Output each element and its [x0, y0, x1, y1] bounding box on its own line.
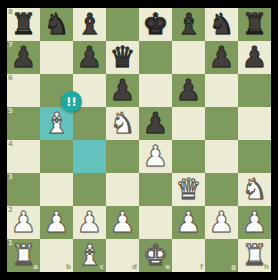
square-g1[interactable]: g: [205, 239, 238, 272]
piece-white-bishop-b5[interactable]: ♝: [40, 107, 73, 140]
piece-white-queen-f3[interactable]: ♛: [172, 173, 205, 206]
file-label-f: f: [200, 264, 203, 271]
piece-black-king-e8[interactable]: ♚: [139, 8, 172, 41]
square-e8[interactable]: ♚: [139, 8, 172, 41]
piece-white-king-e1[interactable]: ♚: [139, 239, 172, 272]
piece-white-rook-a1[interactable]: ♜: [7, 239, 40, 272]
piece-white-knight-d5[interactable]: ♞: [106, 107, 139, 140]
square-e4[interactable]: ♟: [139, 140, 172, 173]
square-f8[interactable]: ♝: [172, 8, 205, 41]
square-d6[interactable]: ♟: [106, 74, 139, 107]
piece-black-pawn-f6[interactable]: ♟: [172, 74, 205, 107]
square-g8[interactable]: ♞: [205, 8, 238, 41]
piece-black-knight-g8[interactable]: ♞: [205, 8, 238, 41]
piece-white-pawn-d2[interactable]: ♟: [106, 206, 139, 239]
square-h5[interactable]: [238, 107, 271, 140]
brilliant-move-badge: !!: [61, 91, 82, 112]
square-a6[interactable]: 6: [7, 74, 40, 107]
square-a8[interactable]: 8♜: [7, 8, 40, 41]
file-label-b: b: [66, 264, 71, 271]
rank-label-3: 3: [8, 174, 13, 181]
square-b1[interactable]: b: [40, 239, 73, 272]
square-e3[interactable]: [139, 173, 172, 206]
square-f7[interactable]: [172, 41, 205, 74]
square-b8[interactable]: ♞: [40, 8, 73, 41]
square-a7[interactable]: 7♟: [7, 41, 40, 74]
square-b4[interactable]: [40, 140, 73, 173]
piece-black-pawn-c7[interactable]: ♟: [73, 41, 106, 74]
square-e6[interactable]: [139, 74, 172, 107]
square-h4[interactable]: [238, 140, 271, 173]
square-d1[interactable]: d: [106, 239, 139, 272]
square-f6[interactable]: ♟: [172, 74, 205, 107]
square-h1[interactable]: h♜: [238, 239, 271, 272]
square-f1[interactable]: f: [172, 239, 205, 272]
square-b2[interactable]: ♟: [40, 206, 73, 239]
square-c7[interactable]: ♟: [73, 41, 106, 74]
square-c5[interactable]: [73, 107, 106, 140]
piece-black-pawn-e5[interactable]: ♟: [139, 107, 172, 140]
piece-white-pawn-g2[interactable]: ♟: [205, 206, 238, 239]
square-a3[interactable]: 3: [7, 173, 40, 206]
square-e7[interactable]: [139, 41, 172, 74]
square-a4[interactable]: 4: [7, 140, 40, 173]
square-d7[interactable]: ♛: [106, 41, 139, 74]
square-f3[interactable]: ♛: [172, 173, 205, 206]
square-d5[interactable]: ♞: [106, 107, 139, 140]
square-g2[interactable]: ♟: [205, 206, 238, 239]
square-a1[interactable]: 1a♜: [7, 239, 40, 272]
square-h3[interactable]: ♞: [238, 173, 271, 206]
square-c4[interactable]: [73, 140, 106, 173]
square-b5[interactable]: ♝: [40, 107, 73, 140]
square-d3[interactable]: [106, 173, 139, 206]
square-b7[interactable]: [40, 41, 73, 74]
square-f4[interactable]: [172, 140, 205, 173]
rank-label-6: 6: [8, 75, 13, 82]
piece-white-knight-h3[interactable]: ♞: [238, 173, 271, 206]
square-f5[interactable]: [172, 107, 205, 140]
chess-board: 8♜♞♝♚♝♞♜7♟♟♛♟♟6♟♟5♝♞♟4♟3♛♞2♟♟♟♟♟♟♟1a♜bc♝…: [7, 8, 271, 272]
piece-white-pawn-c2[interactable]: ♟: [73, 206, 106, 239]
square-h7[interactable]: ♟: [238, 41, 271, 74]
piece-white-rook-h1[interactable]: ♜: [238, 239, 271, 272]
rank-label-4: 4: [8, 141, 13, 148]
square-d4[interactable]: [106, 140, 139, 173]
square-b3[interactable]: [40, 173, 73, 206]
piece-white-pawn-f2[interactable]: ♟: [172, 206, 205, 239]
square-f2[interactable]: ♟: [172, 206, 205, 239]
piece-black-rook-h8[interactable]: ♜: [238, 8, 271, 41]
piece-white-pawn-e4[interactable]: ♟: [139, 140, 172, 173]
square-e2[interactable]: [139, 206, 172, 239]
square-c3[interactable]: [73, 173, 106, 206]
piece-black-pawn-d6[interactable]: ♟: [106, 74, 139, 107]
square-g4[interactable]: [205, 140, 238, 173]
piece-black-rook-a8[interactable]: ♜: [7, 8, 40, 41]
square-e5[interactable]: ♟: [139, 107, 172, 140]
square-g5[interactable]: [205, 107, 238, 140]
piece-white-pawn-b2[interactable]: ♟: [40, 206, 73, 239]
square-c8[interactable]: ♝: [73, 8, 106, 41]
piece-black-knight-b8[interactable]: ♞: [40, 8, 73, 41]
square-g6[interactable]: [205, 74, 238, 107]
piece-black-pawn-a7[interactable]: ♟: [7, 41, 40, 74]
square-a2[interactable]: 2♟: [7, 206, 40, 239]
square-g3[interactable]: [205, 173, 238, 206]
square-h6[interactable]: [238, 74, 271, 107]
piece-white-bishop-c1[interactable]: ♝: [73, 239, 106, 272]
file-label-d: d: [132, 264, 137, 271]
rank-label-5: 5: [8, 108, 13, 115]
piece-black-pawn-g7[interactable]: ♟: [205, 41, 238, 74]
square-e1[interactable]: e♚: [139, 239, 172, 272]
square-a5[interactable]: 5: [7, 107, 40, 140]
square-c2[interactable]: ♟: [73, 206, 106, 239]
piece-white-pawn-h2[interactable]: ♟: [238, 206, 271, 239]
square-d2[interactable]: ♟: [106, 206, 139, 239]
piece-black-bishop-f8[interactable]: ♝: [172, 8, 205, 41]
piece-black-bishop-c8[interactable]: ♝: [73, 8, 106, 41]
piece-white-pawn-a2[interactable]: ♟: [7, 206, 40, 239]
piece-black-queen-d7[interactable]: ♛: [106, 41, 139, 74]
square-g7[interactable]: ♟: [205, 41, 238, 74]
square-d8[interactable]: [106, 8, 139, 41]
file-label-g: g: [231, 264, 236, 271]
square-c1[interactable]: c♝: [73, 239, 106, 272]
piece-black-pawn-h7[interactable]: ♟: [238, 41, 271, 74]
square-h2[interactable]: ♟: [238, 206, 271, 239]
square-h8[interactable]: ♜: [238, 8, 271, 41]
